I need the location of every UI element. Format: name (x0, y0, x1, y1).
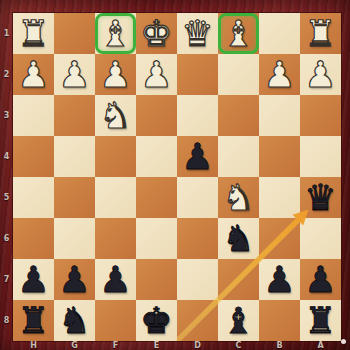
white-king-e1[interactable]: ♚ (136, 13, 177, 54)
white-pawn-g2[interactable]: ♟ (54, 54, 95, 95)
square-f6[interactable] (95, 218, 136, 259)
square-a4[interactable] (300, 136, 341, 177)
rank-label-8: 8 (0, 316, 13, 325)
black-rook-a8[interactable]: ♜ (300, 300, 341, 341)
square-f4[interactable] (95, 136, 136, 177)
black-pawn-h7[interactable]: ♟ (13, 259, 54, 300)
square-e6[interactable] (136, 218, 177, 259)
white-bishop-f1[interactable]: ♝ (95, 13, 136, 54)
square-c5[interactable]: ♞ (218, 177, 259, 218)
file-label-g: G (54, 342, 95, 350)
black-pawn-a7[interactable]: ♟ (300, 259, 341, 300)
square-a7[interactable]: ♟ (300, 259, 341, 300)
rank-label-1: 1 (0, 29, 13, 38)
square-b6[interactable] (259, 218, 300, 259)
file-label-c: C (218, 342, 259, 350)
square-e8[interactable]: ♚ (136, 300, 177, 341)
square-g6[interactable] (54, 218, 95, 259)
square-a1[interactable]: ♜ (300, 13, 341, 54)
white-bishop-c1[interactable]: ♝ (218, 13, 259, 54)
white-rook-a1[interactable]: ♜ (300, 13, 341, 54)
square-d2[interactable] (177, 54, 218, 95)
square-f7[interactable]: ♟ (95, 259, 136, 300)
black-bishop-c8[interactable]: ♝ (218, 300, 259, 341)
file-label-f: F (95, 342, 136, 350)
square-e7[interactable] (136, 259, 177, 300)
square-g3[interactable] (54, 95, 95, 136)
square-d7[interactable] (177, 259, 218, 300)
square-h6[interactable] (13, 218, 54, 259)
square-e5[interactable] (136, 177, 177, 218)
square-c7[interactable] (218, 259, 259, 300)
rank-label-4: 4 (0, 152, 13, 161)
square-g5[interactable] (54, 177, 95, 218)
chessboard: ♜♝♚♛♝♜♟♟♟♟♟♟♞♟♞♛♞♟♟♟♟♟♜♞♚♝♜ (13, 13, 341, 341)
square-f1[interactable]: ♝ (95, 13, 136, 54)
file-label-d: D (177, 342, 218, 350)
black-queen-a5[interactable]: ♛ (300, 177, 341, 218)
white-pawn-f2[interactable]: ♟ (95, 54, 136, 95)
rank-label-7: 7 (0, 275, 13, 284)
black-rook-h8[interactable]: ♜ (13, 300, 54, 341)
black-knight-c6[interactable]: ♞ (218, 218, 259, 259)
rank-label-2: 2 (0, 70, 13, 79)
square-c1[interactable]: ♝ (218, 13, 259, 54)
square-b1[interactable] (259, 13, 300, 54)
white-pawn-a2[interactable]: ♟ (300, 54, 341, 95)
file-label-b: B (259, 342, 300, 350)
square-c2[interactable] (218, 54, 259, 95)
square-b4[interactable] (259, 136, 300, 177)
file-label-h: H (13, 342, 54, 350)
square-g1[interactable] (54, 13, 95, 54)
square-e2[interactable]: ♟ (136, 54, 177, 95)
square-d1[interactable]: ♛ (177, 13, 218, 54)
square-d3[interactable] (177, 95, 218, 136)
square-a5[interactable]: ♛ (300, 177, 341, 218)
white-knight-f3[interactable]: ♞ (95, 95, 136, 136)
square-h4[interactable] (13, 136, 54, 177)
square-d6[interactable] (177, 218, 218, 259)
square-f3[interactable]: ♞ (95, 95, 136, 136)
square-c6[interactable]: ♞ (218, 218, 259, 259)
square-h2[interactable]: ♟ (13, 54, 54, 95)
square-d8[interactable] (177, 300, 218, 341)
square-b3[interactable] (259, 95, 300, 136)
square-h8[interactable]: ♜ (13, 300, 54, 341)
square-a6[interactable] (300, 218, 341, 259)
black-pawn-d4[interactable]: ♟ (177, 136, 218, 177)
square-e1[interactable]: ♚ (136, 13, 177, 54)
black-pawn-b7[interactable]: ♟ (259, 259, 300, 300)
square-g8[interactable]: ♞ (54, 300, 95, 341)
square-g2[interactable]: ♟ (54, 54, 95, 95)
square-a2[interactable]: ♟ (300, 54, 341, 95)
rank-label-3: 3 (0, 111, 13, 120)
square-f5[interactable] (95, 177, 136, 218)
square-e4[interactable] (136, 136, 177, 177)
square-f8[interactable] (95, 300, 136, 341)
file-label-e: E (136, 342, 177, 350)
square-h1[interactable]: ♜ (13, 13, 54, 54)
square-d5[interactable] (177, 177, 218, 218)
corner-dot (341, 339, 346, 344)
black-pawn-g7[interactable]: ♟ (54, 259, 95, 300)
white-pawn-e2[interactable]: ♟ (136, 54, 177, 95)
file-label-a: A (300, 342, 341, 350)
square-a8[interactable]: ♜ (300, 300, 341, 341)
black-king-e8[interactable]: ♚ (136, 300, 177, 341)
rank-label-6: 6 (0, 234, 13, 243)
square-e3[interactable] (136, 95, 177, 136)
square-g4[interactable] (54, 136, 95, 177)
square-b7[interactable]: ♟ (259, 259, 300, 300)
square-g7[interactable]: ♟ (54, 259, 95, 300)
square-f2[interactable]: ♟ (95, 54, 136, 95)
white-pawn-h2[interactable]: ♟ (13, 54, 54, 95)
chessboard-frame: ♜♝♚♛♝♜♟♟♟♟♟♟♞♟♞♛♞♟♟♟♟♟♜♞♚♝♜ 12345678HGFE… (0, 0, 350, 350)
white-pawn-b2[interactable]: ♟ (259, 54, 300, 95)
square-c3[interactable] (218, 95, 259, 136)
white-knight-c5[interactable]: ♞ (218, 177, 259, 218)
white-rook-h1[interactable]: ♜ (13, 13, 54, 54)
square-d4[interactable]: ♟ (177, 136, 218, 177)
square-b5[interactable] (259, 177, 300, 218)
square-a3[interactable] (300, 95, 341, 136)
black-pawn-f7[interactable]: ♟ (95, 259, 136, 300)
square-b8[interactable] (259, 300, 300, 341)
square-c8[interactable]: ♝ (218, 300, 259, 341)
square-h5[interactable] (13, 177, 54, 218)
black-knight-g8[interactable]: ♞ (54, 300, 95, 341)
square-h3[interactable] (13, 95, 54, 136)
square-c4[interactable] (218, 136, 259, 177)
square-h7[interactable]: ♟ (13, 259, 54, 300)
rank-label-5: 5 (0, 193, 13, 202)
white-queen-d1[interactable]: ♛ (177, 13, 218, 54)
square-b2[interactable]: ♟ (259, 54, 300, 95)
